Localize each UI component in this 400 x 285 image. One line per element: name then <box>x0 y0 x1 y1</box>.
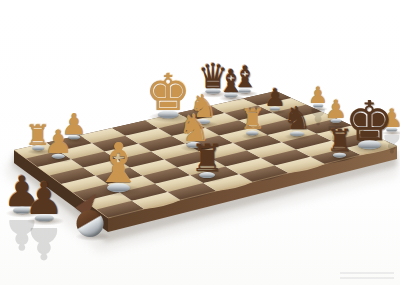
piece-dark-pawn-fallen[interactable] <box>72 193 108 237</box>
fallen-piece-ball <box>77 210 104 237</box>
chrome-base <box>334 153 347 158</box>
piece-light-pawn[interactable]: ♟ <box>44 125 73 157</box>
chrome-base <box>246 131 258 136</box>
chrome-base <box>200 172 216 178</box>
chrome-base <box>313 103 322 107</box>
piece-dark-rook[interactable]: ♜ <box>191 140 225 178</box>
piece-dark-knight[interactable]: ♞ <box>283 103 312 135</box>
chrome-base <box>35 215 54 222</box>
chrome-base <box>224 93 237 98</box>
chrome-base <box>270 107 280 111</box>
piece-dark-bishop[interactable]: ♝ <box>217 66 245 97</box>
chrome-base <box>52 153 66 158</box>
chrome-base <box>32 146 44 151</box>
watermark <box>340 272 394 280</box>
chess-photo-scene: ♜♟♚♟♞♟♞♜♞♝♜♜♚♛♝♝♟♟♟♟♟♟♟♟♟♟ <box>0 0 400 285</box>
piece-dark-pawn[interactable]: ♟♟ <box>24 177 64 221</box>
floor-reflection: ♟ <box>24 221 64 265</box>
piece-light-rook[interactable]: ♜ <box>240 106 266 134</box>
piece-dark-rook[interactable]: ♜ <box>326 126 353 156</box>
piece-light-bishop[interactable]: ♝ <box>94 136 143 191</box>
chrome-base <box>107 183 130 192</box>
chrome-base <box>358 141 381 150</box>
